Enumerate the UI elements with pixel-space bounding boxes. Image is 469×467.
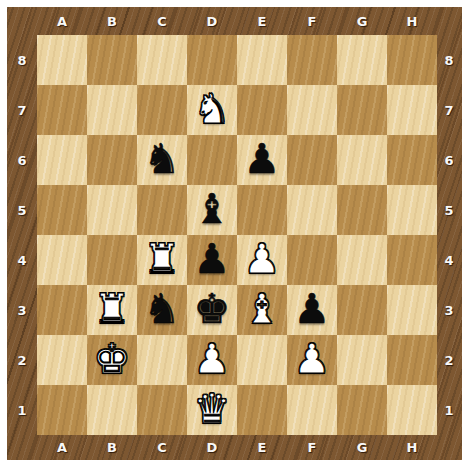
square-h3[interactable] xyxy=(387,285,437,335)
board-frame: ♞︎♞︎♟︎♝︎♜︎♟︎♟︎♜︎♞︎♚︎♝︎♟︎♚︎♟︎♟︎♛︎ ABCDEFG… xyxy=(7,7,462,460)
rank-label-left-1: 1 xyxy=(17,403,26,418)
piece-white-queen[interactable]: ♛︎ xyxy=(187,385,237,435)
file-label-bottom-g: G xyxy=(357,440,368,455)
square-b6[interactable] xyxy=(87,135,137,185)
square-g7[interactable] xyxy=(337,85,387,135)
square-c5[interactable] xyxy=(137,185,187,235)
piece-white-knight[interactable]: ♞︎ xyxy=(187,85,237,135)
file-label-bottom-a: A xyxy=(57,440,67,455)
square-g2[interactable] xyxy=(337,335,387,385)
square-h6[interactable] xyxy=(387,135,437,185)
square-e6[interactable]: ♟︎ xyxy=(237,135,287,185)
square-a5[interactable] xyxy=(37,185,87,235)
piece-white-king[interactable]: ♚︎ xyxy=(87,335,137,385)
square-g5[interactable] xyxy=(337,185,387,235)
square-f1[interactable] xyxy=(287,385,337,435)
square-d5[interactable]: ♝︎ xyxy=(187,185,237,235)
square-e8[interactable] xyxy=(237,35,287,85)
square-e5[interactable] xyxy=(237,185,287,235)
square-d7[interactable]: ♞︎ xyxy=(187,85,237,135)
file-label-top-a: A xyxy=(57,14,67,29)
chess-diagram: ♞︎♞︎♟︎♝︎♜︎♟︎♟︎♜︎♞︎♚︎♝︎♟︎♚︎♟︎♟︎♛︎ ABCDEFG… xyxy=(0,0,469,467)
square-b5[interactable] xyxy=(87,185,137,235)
square-d2[interactable]: ♟︎ xyxy=(187,335,237,385)
chess-board: ♞︎♞︎♟︎♝︎♜︎♟︎♟︎♜︎♞︎♚︎♝︎♟︎♚︎♟︎♟︎♛︎ xyxy=(37,35,437,435)
square-c3[interactable]: ♞︎ xyxy=(137,285,187,335)
rank-label-left-7: 7 xyxy=(17,103,26,118)
square-b4[interactable] xyxy=(87,235,137,285)
square-f2[interactable]: ♟︎ xyxy=(287,335,337,385)
square-f7[interactable] xyxy=(287,85,337,135)
square-a3[interactable] xyxy=(37,285,87,335)
square-h2[interactable] xyxy=(387,335,437,385)
square-b3[interactable]: ♜︎ xyxy=(87,285,137,335)
rank-label-right-8: 8 xyxy=(444,53,453,68)
rank-label-left-6: 6 xyxy=(17,153,26,168)
file-label-bottom-f: F xyxy=(308,440,317,455)
square-e7[interactable] xyxy=(237,85,287,135)
rank-label-left-4: 4 xyxy=(17,253,26,268)
square-f5[interactable] xyxy=(287,185,337,235)
square-e3[interactable]: ♝︎ xyxy=(237,285,287,335)
square-f3[interactable]: ♟︎ xyxy=(287,285,337,335)
rank-label-right-3: 3 xyxy=(444,303,453,318)
rank-label-left-5: 5 xyxy=(17,203,26,218)
rank-label-right-2: 2 xyxy=(444,353,453,368)
square-h4[interactable] xyxy=(387,235,437,285)
square-b7[interactable] xyxy=(87,85,137,135)
square-d4[interactable]: ♟︎ xyxy=(187,235,237,285)
square-g4[interactable] xyxy=(337,235,387,285)
rank-label-left-2: 2 xyxy=(17,353,26,368)
piece-black-bishop[interactable]: ♝︎ xyxy=(187,185,237,235)
rank-label-left-3: 3 xyxy=(17,303,26,318)
square-g3[interactable] xyxy=(337,285,387,335)
piece-white-pawn[interactable]: ♟︎ xyxy=(287,335,337,385)
square-g6[interactable] xyxy=(337,135,387,185)
file-label-bottom-h: H xyxy=(407,440,418,455)
piece-black-knight[interactable]: ♞︎ xyxy=(137,285,187,335)
square-f8[interactable] xyxy=(287,35,337,85)
square-c2[interactable] xyxy=(137,335,187,385)
square-f4[interactable] xyxy=(287,235,337,285)
piece-black-king[interactable]: ♚︎ xyxy=(187,285,237,335)
rank-label-right-1: 1 xyxy=(444,403,453,418)
piece-black-pawn[interactable]: ♟︎ xyxy=(287,285,337,335)
file-label-top-f: F xyxy=(308,14,317,29)
square-a6[interactable] xyxy=(37,135,87,185)
square-a7[interactable] xyxy=(37,85,87,135)
file-label-bottom-b: B xyxy=(107,440,117,455)
piece-white-rook[interactable]: ♜︎ xyxy=(137,235,187,285)
square-c7[interactable] xyxy=(137,85,187,135)
file-label-top-e: E xyxy=(258,14,267,29)
piece-white-rook[interactable]: ♜︎ xyxy=(87,285,137,335)
square-c1[interactable] xyxy=(137,385,187,435)
square-b8[interactable] xyxy=(87,35,137,85)
square-g8[interactable] xyxy=(337,35,387,85)
square-c6[interactable]: ♞︎ xyxy=(137,135,187,185)
square-f6[interactable] xyxy=(287,135,337,185)
piece-black-pawn[interactable]: ♟︎ xyxy=(237,135,287,185)
square-a1[interactable] xyxy=(37,385,87,435)
square-d3[interactable]: ♚︎ xyxy=(187,285,237,335)
square-a8[interactable] xyxy=(37,35,87,85)
square-e1[interactable] xyxy=(237,385,287,435)
square-b2[interactable]: ♚︎ xyxy=(87,335,137,385)
square-d1[interactable]: ♛︎ xyxy=(187,385,237,435)
file-label-top-h: H xyxy=(407,14,418,29)
file-label-top-c: C xyxy=(157,14,167,29)
file-label-bottom-c: C xyxy=(157,440,167,455)
square-d6[interactable] xyxy=(187,135,237,185)
square-b1[interactable] xyxy=(87,385,137,435)
piece-white-bishop[interactable]: ♝︎ xyxy=(237,285,287,335)
rank-label-left-8: 8 xyxy=(17,53,26,68)
square-h8[interactable] xyxy=(387,35,437,85)
square-a2[interactable] xyxy=(37,335,87,385)
file-label-top-d: D xyxy=(207,14,218,29)
square-h5[interactable] xyxy=(387,185,437,235)
rank-label-right-6: 6 xyxy=(444,153,453,168)
square-h1[interactable] xyxy=(387,385,437,435)
file-label-top-b: B xyxy=(107,14,117,29)
square-c8[interactable] xyxy=(137,35,187,85)
piece-black-pawn[interactable]: ♟︎ xyxy=(187,235,237,285)
file-label-bottom-e: E xyxy=(258,440,267,455)
square-e4[interactable]: ♟︎ xyxy=(237,235,287,285)
piece-white-pawn[interactable]: ♟︎ xyxy=(187,335,237,385)
square-c4[interactable]: ♜︎ xyxy=(137,235,187,285)
square-h7[interactable] xyxy=(387,85,437,135)
square-e2[interactable] xyxy=(237,335,287,385)
square-a4[interactable] xyxy=(37,235,87,285)
square-g1[interactable] xyxy=(337,385,387,435)
piece-white-pawn[interactable]: ♟︎ xyxy=(237,235,287,285)
rank-label-right-4: 4 xyxy=(444,253,453,268)
file-label-bottom-d: D xyxy=(207,440,218,455)
rank-label-right-5: 5 xyxy=(444,203,453,218)
file-label-top-g: G xyxy=(357,14,368,29)
piece-black-knight[interactable]: ♞︎ xyxy=(137,135,187,185)
square-d8[interactable] xyxy=(187,35,237,85)
rank-label-right-7: 7 xyxy=(444,103,453,118)
